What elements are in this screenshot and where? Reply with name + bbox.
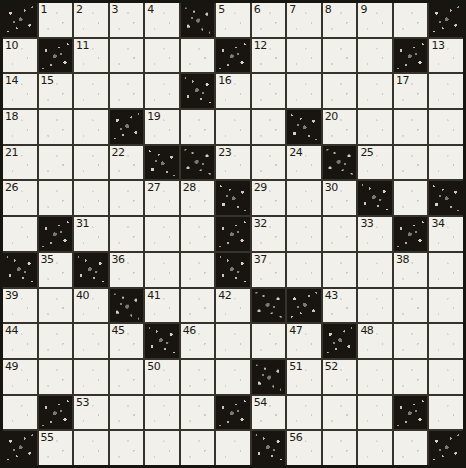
black-cell-r4-c9 xyxy=(287,110,321,144)
cell-r9-c1[interactable]: 39 xyxy=(3,289,37,323)
clue-number: 2 xyxy=(76,4,83,15)
cell-r7-c1[interactable] xyxy=(3,217,37,251)
clue-number: 27 xyxy=(147,182,160,193)
black-cell-r5-c10 xyxy=(323,146,357,180)
cell-r9-c11[interactable] xyxy=(358,289,392,323)
cell-r5-c2[interactable] xyxy=(39,146,73,180)
clue-number: 42 xyxy=(218,290,231,301)
black-cell-r11-c8 xyxy=(252,360,286,394)
cell-r5-c12[interactable] xyxy=(394,146,428,180)
cell-r9-c6[interactable] xyxy=(181,289,215,323)
cell-r3-c12[interactable]: 17 xyxy=(394,74,428,108)
black-cell-r5-c6 xyxy=(181,146,215,180)
cell-r12-c11[interactable] xyxy=(358,396,392,430)
cell-r1-c5[interactable]: 4 xyxy=(145,3,179,37)
black-cell-r7-c7 xyxy=(216,217,250,251)
cell-r12-c5[interactable] xyxy=(145,396,179,430)
black-cell-r7-c2 xyxy=(39,217,73,251)
cell-r9-c10[interactable]: 43 xyxy=(323,289,357,323)
cell-r3-c3[interactable] xyxy=(74,74,108,108)
cell-r11-c11[interactable] xyxy=(358,360,392,394)
black-cell-r13-c8 xyxy=(252,431,286,465)
clue-number: 21 xyxy=(5,147,18,158)
clue-number: 29 xyxy=(254,182,267,193)
cell-r9-c7[interactable]: 42 xyxy=(216,289,250,323)
cell-r4-c12[interactable] xyxy=(394,110,428,144)
cell-r11-c2[interactable] xyxy=(39,360,73,394)
cell-r3-c13[interactable] xyxy=(429,74,463,108)
black-cell-r6-c7 xyxy=(216,181,250,215)
black-cell-r1-c13 xyxy=(429,3,463,37)
cell-r6-c10[interactable]: 30 xyxy=(323,181,357,215)
clue-number: 47 xyxy=(289,325,302,336)
cell-r9-c13[interactable] xyxy=(429,289,463,323)
black-cell-r13-c1 xyxy=(3,431,37,465)
clue-number: 10 xyxy=(5,40,18,51)
clue-number: 30 xyxy=(325,182,338,193)
cell-r10-c4[interactable]: 45 xyxy=(110,324,144,358)
cell-r10-c2[interactable] xyxy=(39,324,73,358)
cell-r9-c5[interactable]: 41 xyxy=(145,289,179,323)
clue-number: 4 xyxy=(147,4,154,15)
cell-r1-c8[interactable]: 6 xyxy=(252,3,286,37)
cell-r9-c2[interactable] xyxy=(39,289,73,323)
cell-r11-c7[interactable] xyxy=(216,360,250,394)
clue-number: 25 xyxy=(360,147,373,158)
cell-r8-c8[interactable]: 37 xyxy=(252,253,286,287)
black-cell-r6-c13 xyxy=(429,181,463,215)
cell-r13-c2[interactable]: 55 xyxy=(39,431,73,465)
cell-r1-c10[interactable]: 8 xyxy=(323,3,357,37)
cell-r11-c4[interactable] xyxy=(110,360,144,394)
cell-r11-c10[interactable]: 52 xyxy=(323,360,357,394)
cell-r1-c9[interactable]: 7 xyxy=(287,3,321,37)
cell-r13-c5[interactable] xyxy=(145,431,179,465)
cell-r3-c9[interactable] xyxy=(287,74,321,108)
cell-r13-c10[interactable] xyxy=(323,431,357,465)
clue-number: 38 xyxy=(396,254,409,265)
cell-r8-c9[interactable] xyxy=(287,253,321,287)
clue-number: 5 xyxy=(218,4,225,15)
cell-r11-c12[interactable] xyxy=(394,360,428,394)
clue-number: 35 xyxy=(41,254,54,265)
clue-number: 16 xyxy=(218,75,231,86)
black-cell-r12-c2 xyxy=(39,396,73,430)
cell-r4-c5[interactable]: 19 xyxy=(145,110,179,144)
cell-r5-c11[interactable]: 25 xyxy=(358,146,392,180)
clue-number: 55 xyxy=(41,432,54,443)
clue-number: 49 xyxy=(5,361,18,372)
cell-r4-c3[interactable] xyxy=(74,110,108,144)
cell-r13-c4[interactable] xyxy=(110,431,144,465)
clue-number: 26 xyxy=(5,182,18,193)
cell-r12-c13[interactable] xyxy=(429,396,463,430)
cell-r7-c11[interactable]: 33 xyxy=(358,217,392,251)
cell-r11-c3[interactable] xyxy=(74,360,108,394)
cell-r7-c3[interactable]: 31 xyxy=(74,217,108,251)
cell-r4-c11[interactable] xyxy=(358,110,392,144)
cell-r4-c10[interactable]: 20 xyxy=(323,110,357,144)
black-cell-r2-c2 xyxy=(39,39,73,73)
cell-r3-c2[interactable]: 15 xyxy=(39,74,73,108)
cell-r13-c9[interactable]: 56 xyxy=(287,431,321,465)
cell-r7-c13[interactable]: 34 xyxy=(429,217,463,251)
clue-number: 45 xyxy=(112,325,125,336)
cell-r2-c6[interactable] xyxy=(181,39,215,73)
cell-r5-c13[interactable] xyxy=(429,146,463,180)
cell-r8-c13[interactable] xyxy=(429,253,463,287)
cell-r6-c4[interactable] xyxy=(110,181,144,215)
cell-r2-c4[interactable] xyxy=(110,39,144,73)
cell-r12-c3[interactable]: 53 xyxy=(74,396,108,430)
cell-r4-c2[interactable] xyxy=(39,110,73,144)
cell-r5-c4[interactable]: 22 xyxy=(110,146,144,180)
clue-number: 54 xyxy=(254,397,267,408)
cell-r3-c4[interactable] xyxy=(110,74,144,108)
clue-number: 6 xyxy=(254,4,261,15)
cell-r2-c13[interactable]: 13 xyxy=(429,39,463,73)
cell-r2-c9[interactable] xyxy=(287,39,321,73)
cell-r3-c8[interactable] xyxy=(252,74,286,108)
clue-number: 22 xyxy=(112,147,125,158)
clue-number: 15 xyxy=(41,75,54,86)
cell-r6-c5[interactable]: 27 xyxy=(145,181,179,215)
black-cell-r8-c7 xyxy=(216,253,250,287)
cell-r3-c7[interactable]: 16 xyxy=(216,74,250,108)
cell-r10-c11[interactable]: 48 xyxy=(358,324,392,358)
cell-r6-c3[interactable] xyxy=(74,181,108,215)
clue-number: 36 xyxy=(112,254,125,265)
cell-r12-c4[interactable] xyxy=(110,396,144,430)
cell-r2-c3[interactable]: 11 xyxy=(74,39,108,73)
cell-r7-c5[interactable] xyxy=(145,217,179,251)
black-cell-r8-c3 xyxy=(74,253,108,287)
clue-number: 52 xyxy=(325,361,338,372)
black-cell-r1-c6 xyxy=(181,3,215,37)
cell-r5-c9[interactable]: 24 xyxy=(287,146,321,180)
cell-r7-c10[interactable] xyxy=(323,217,357,251)
cell-r8-c11[interactable] xyxy=(358,253,392,287)
cell-r8-c12[interactable]: 38 xyxy=(394,253,428,287)
black-cell-r13-c13 xyxy=(429,431,463,465)
cell-r10-c13[interactable] xyxy=(429,324,463,358)
cell-r11-c13[interactable] xyxy=(429,360,463,394)
clue-number: 48 xyxy=(360,325,373,336)
cell-r10-c7[interactable] xyxy=(216,324,250,358)
black-cell-r1-c1 xyxy=(3,3,37,37)
cell-r8-c2[interactable]: 35 xyxy=(39,253,73,287)
black-cell-r12-c7 xyxy=(216,396,250,430)
cell-r5-c1[interactable]: 21 xyxy=(3,146,37,180)
clue-number: 1 xyxy=(41,4,48,15)
clue-number: 51 xyxy=(289,361,302,372)
cell-r10-c12[interactable] xyxy=(394,324,428,358)
cell-r12-c1[interactable] xyxy=(3,396,37,430)
cell-r4-c8[interactable] xyxy=(252,110,286,144)
cell-r10-c1[interactable]: 44 xyxy=(3,324,37,358)
cell-r10-c8[interactable] xyxy=(252,324,286,358)
cell-r1-c3[interactable]: 2 xyxy=(74,3,108,37)
black-cell-r12-c12 xyxy=(394,396,428,430)
cell-r8-c5[interactable] xyxy=(145,253,179,287)
cell-r6-c1[interactable]: 26 xyxy=(3,181,37,215)
cell-r12-c6[interactable] xyxy=(181,396,215,430)
cell-r6-c2[interactable] xyxy=(39,181,73,215)
clue-number: 19 xyxy=(147,111,160,122)
cell-r5-c7[interactable]: 23 xyxy=(216,146,250,180)
black-cell-r9-c9 xyxy=(287,289,321,323)
cell-r2-c10[interactable] xyxy=(323,39,357,73)
cell-r3-c5[interactable] xyxy=(145,74,179,108)
cell-r10-c9[interactable]: 47 xyxy=(287,324,321,358)
cell-r3-c11[interactable] xyxy=(358,74,392,108)
black-cell-r10-c10 xyxy=(323,324,357,358)
clue-number: 11 xyxy=(76,40,89,51)
clue-number: 23 xyxy=(218,147,231,158)
cell-r5-c3[interactable] xyxy=(74,146,108,180)
clue-number: 50 xyxy=(147,361,160,372)
cell-r3-c10[interactable] xyxy=(323,74,357,108)
clue-number: 14 xyxy=(5,75,18,86)
clue-number: 7 xyxy=(289,4,296,15)
cell-r2-c8[interactable]: 12 xyxy=(252,39,286,73)
black-cell-r3-c6 xyxy=(181,74,215,108)
black-cell-r10-c5 xyxy=(145,324,179,358)
crossword-page: 1234567891011121314151617181920212223242… xyxy=(0,0,466,468)
clue-number: 40 xyxy=(76,290,89,301)
cell-r4-c7[interactable] xyxy=(216,110,250,144)
cell-r11-c5[interactable]: 50 xyxy=(145,360,179,394)
cell-r3-c1[interactable]: 14 xyxy=(3,74,37,108)
clue-number: 32 xyxy=(254,218,267,229)
cell-r13-c7[interactable] xyxy=(216,431,250,465)
clue-number: 34 xyxy=(431,218,444,229)
cell-r8-c10[interactable] xyxy=(323,253,357,287)
cell-r8-c6[interactable] xyxy=(181,253,215,287)
cell-r4-c13[interactable] xyxy=(429,110,463,144)
clue-number: 39 xyxy=(5,290,18,301)
clue-number: 24 xyxy=(289,147,302,158)
cell-r4-c6[interactable] xyxy=(181,110,215,144)
clue-number: 56 xyxy=(289,432,302,443)
black-cell-r5-c5 xyxy=(145,146,179,180)
cell-r7-c9[interactable] xyxy=(287,217,321,251)
cell-r6-c8[interactable]: 29 xyxy=(252,181,286,215)
clue-number: 18 xyxy=(5,111,18,122)
cell-r12-c8[interactable]: 54 xyxy=(252,396,286,430)
cell-r10-c3[interactable] xyxy=(74,324,108,358)
clue-number: 53 xyxy=(76,397,89,408)
cell-r8-c4[interactable]: 36 xyxy=(110,253,144,287)
cell-r1-c7[interactable]: 5 xyxy=(216,3,250,37)
black-cell-r9-c4 xyxy=(110,289,144,323)
clue-number: 33 xyxy=(360,218,373,229)
clue-number: 13 xyxy=(431,40,444,51)
clue-number: 37 xyxy=(254,254,267,265)
cell-r1-c12[interactable] xyxy=(394,3,428,37)
cell-r2-c1[interactable]: 10 xyxy=(3,39,37,73)
clue-number: 28 xyxy=(183,182,196,193)
clue-number: 8 xyxy=(325,4,332,15)
cell-r11-c6[interactable] xyxy=(181,360,215,394)
clue-number: 31 xyxy=(76,218,89,229)
black-cell-r9-c8 xyxy=(252,289,286,323)
cell-r12-c9[interactable] xyxy=(287,396,321,430)
clue-number: 17 xyxy=(396,75,409,86)
cell-r7-c4[interactable] xyxy=(110,217,144,251)
black-cell-r6-c11 xyxy=(358,181,392,215)
cell-r11-c1[interactable]: 49 xyxy=(3,360,37,394)
black-cell-r7-c12 xyxy=(394,217,428,251)
cell-r13-c3[interactable] xyxy=(74,431,108,465)
black-cell-r2-c7 xyxy=(216,39,250,73)
cell-r2-c5[interactable] xyxy=(145,39,179,73)
cell-r5-c8[interactable] xyxy=(252,146,286,180)
cell-r12-c10[interactable] xyxy=(323,396,357,430)
cell-r9-c3[interactable]: 40 xyxy=(74,289,108,323)
cell-r6-c9[interactable] xyxy=(287,181,321,215)
cell-r1-c4[interactable]: 3 xyxy=(110,3,144,37)
clue-number: 20 xyxy=(325,111,338,122)
clue-number: 44 xyxy=(5,325,18,336)
cell-r6-c6[interactable]: 28 xyxy=(181,181,215,215)
clue-number: 43 xyxy=(325,290,338,301)
black-cell-r2-c12 xyxy=(394,39,428,73)
black-cell-r8-c1 xyxy=(3,253,37,287)
clue-number: 12 xyxy=(254,40,267,51)
clue-number: 46 xyxy=(183,325,196,336)
cell-r7-c6[interactable] xyxy=(181,217,215,251)
cell-r4-c1[interactable]: 18 xyxy=(3,110,37,144)
cell-r1-c11[interactable]: 9 xyxy=(358,3,392,37)
clue-number: 3 xyxy=(112,4,119,15)
cell-r6-c12[interactable] xyxy=(394,181,428,215)
cell-r9-c12[interactable] xyxy=(394,289,428,323)
cell-r1-c2[interactable]: 1 xyxy=(39,3,73,37)
black-cell-r4-c4 xyxy=(110,110,144,144)
cell-r13-c12[interactable] xyxy=(394,431,428,465)
crossword-grid: 1234567891011121314151617181920212223242… xyxy=(0,0,466,468)
clue-number: 41 xyxy=(147,290,160,301)
cell-r13-c11[interactable] xyxy=(358,431,392,465)
cell-r7-c8[interactable]: 32 xyxy=(252,217,286,251)
cell-r11-c9[interactable]: 51 xyxy=(287,360,321,394)
cell-r2-c11[interactable] xyxy=(358,39,392,73)
cell-r10-c6[interactable]: 46 xyxy=(181,324,215,358)
clue-number: 9 xyxy=(360,4,367,15)
cell-r13-c6[interactable] xyxy=(181,431,215,465)
